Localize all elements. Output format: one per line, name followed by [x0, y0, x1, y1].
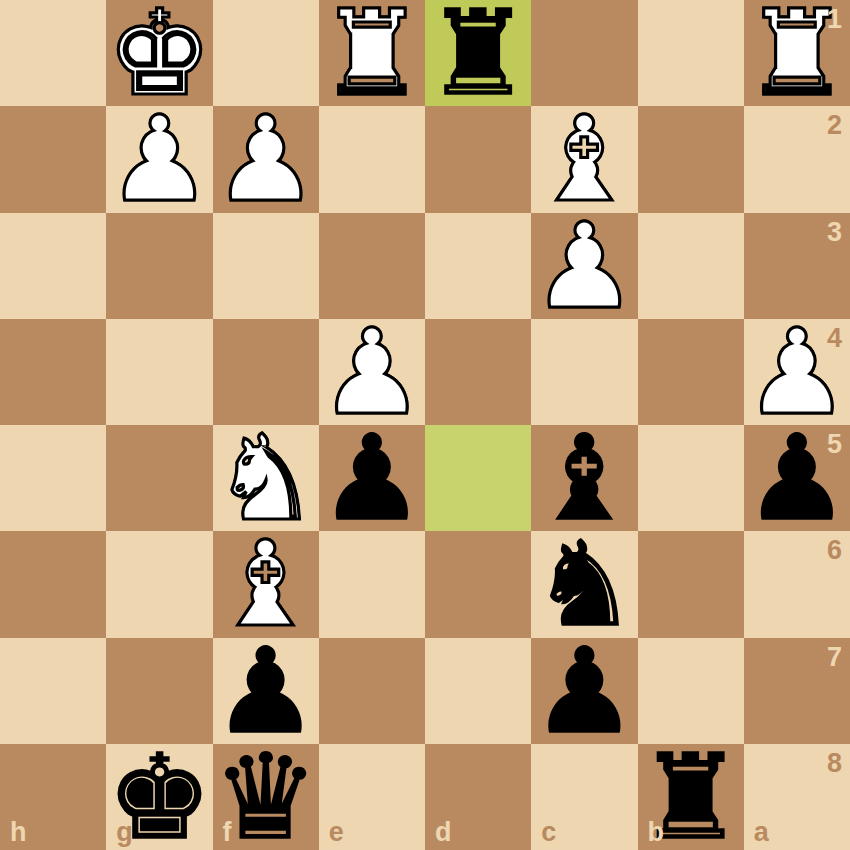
square-g6[interactable] [106, 531, 212, 637]
square-a6[interactable]: 6 [744, 531, 850, 637]
file-label-a: a [754, 819, 769, 846]
square-d5-highlighted[interactable] [425, 425, 531, 531]
square-e7[interactable] [319, 638, 425, 744]
square-a7[interactable]: 7 [744, 638, 850, 744]
square-h3[interactable] [0, 213, 106, 319]
black-pawn-e5[interactable]: ♟ [319, 425, 425, 531]
square-g3[interactable] [106, 213, 212, 319]
square-b3[interactable] [638, 213, 744, 319]
square-g2[interactable]: ♟ [106, 106, 212, 212]
square-e5[interactable]: ♟ [319, 425, 425, 531]
square-d2[interactable] [425, 106, 531, 212]
square-e2[interactable] [319, 106, 425, 212]
square-c3[interactable]: ♟ [531, 213, 637, 319]
square-d7[interactable] [425, 638, 531, 744]
square-a8[interactable]: a8 [744, 744, 850, 850]
chess-board: ♚♜♜♜1♟♟♝2♟3♟♟4♞♟♝♟5♝♞6♟♟7h♚g♛fedc♜ba8 [0, 0, 850, 850]
file-label-c: c [541, 819, 556, 846]
square-f2[interactable]: ♟ [213, 106, 319, 212]
black-pawn-c7[interactable]: ♟ [531, 638, 637, 744]
rank-label-5: 5 [827, 431, 842, 458]
square-g5[interactable] [106, 425, 212, 531]
black-rook-d1[interactable]: ♜ [425, 0, 531, 106]
square-d4[interactable] [425, 319, 531, 425]
rank-label-7: 7 [827, 644, 842, 671]
square-h5[interactable] [0, 425, 106, 531]
square-a5[interactable]: ♟5 [744, 425, 850, 531]
file-label-b: b [648, 819, 665, 846]
square-d8[interactable]: d [425, 744, 531, 850]
square-d1-highlighted[interactable]: ♜ [425, 0, 531, 106]
rank-label-6: 6 [827, 537, 842, 564]
file-label-f: f [223, 819, 232, 846]
rank-label-8: 8 [827, 750, 842, 777]
square-f3[interactable] [213, 213, 319, 319]
file-label-g: g [116, 819, 133, 846]
white-rook-e1[interactable]: ♜ [319, 0, 425, 106]
square-b4[interactable] [638, 319, 744, 425]
file-label-e: e [329, 819, 344, 846]
white-pawn-g2[interactable]: ♟ [106, 106, 212, 212]
square-h7[interactable] [0, 638, 106, 744]
square-b6[interactable] [638, 531, 744, 637]
square-h2[interactable] [0, 106, 106, 212]
square-e6[interactable] [319, 531, 425, 637]
square-d6[interactable] [425, 531, 531, 637]
square-g4[interactable] [106, 319, 212, 425]
square-b2[interactable] [638, 106, 744, 212]
square-c8[interactable]: c [531, 744, 637, 850]
white-pawn-f2[interactable]: ♟ [213, 106, 319, 212]
square-c7[interactable]: ♟ [531, 638, 637, 744]
square-h8[interactable]: h [0, 744, 106, 850]
square-g8[interactable]: ♚g [106, 744, 212, 850]
rank-label-2: 2 [827, 112, 842, 139]
square-e1[interactable]: ♜ [319, 0, 425, 106]
square-h6[interactable] [0, 531, 106, 637]
file-label-h: h [10, 819, 27, 846]
rank-label-3: 3 [827, 219, 842, 246]
square-h1[interactable] [0, 0, 106, 106]
square-h4[interactable] [0, 319, 106, 425]
square-b5[interactable] [638, 425, 744, 531]
white-pawn-c3[interactable]: ♟ [531, 213, 637, 319]
file-label-d: d [435, 819, 452, 846]
square-d3[interactable] [425, 213, 531, 319]
square-a1[interactable]: ♜1 [744, 0, 850, 106]
rank-label-4: 4 [827, 325, 842, 352]
square-a2[interactable]: 2 [744, 106, 850, 212]
square-b1[interactable] [638, 0, 744, 106]
rank-label-1: 1 [827, 6, 842, 33]
square-e8[interactable]: e [319, 744, 425, 850]
square-f8[interactable]: ♛f [213, 744, 319, 850]
square-b8[interactable]: ♜b [638, 744, 744, 850]
